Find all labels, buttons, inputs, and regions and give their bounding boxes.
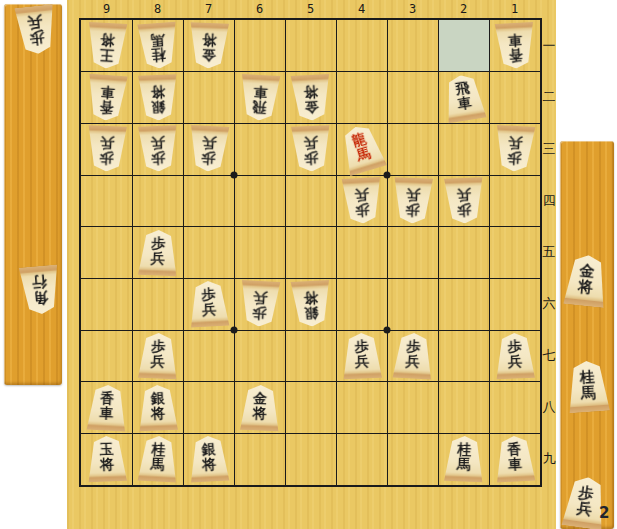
- grid-line: [285, 20, 286, 485]
- highlighted-square[interactable]: [438, 20, 489, 72]
- piece-kanji: 飛車: [454, 80, 473, 112]
- piece-kanji: 銀将: [201, 442, 217, 473]
- piece-rook-sente[interactable]: 飛車: [440, 72, 487, 123]
- file-label: 5: [285, 2, 336, 17]
- piece-kanji: 歩兵: [354, 339, 369, 369]
- piece-kanji: 桂馬: [150, 442, 166, 473]
- grid-line: [81, 330, 540, 331]
- file-label: 6: [234, 2, 285, 17]
- grid-line: [183, 20, 184, 485]
- piece-gold-gote[interactable]: 金将: [289, 74, 331, 122]
- piece-pawn-sente[interactable]: 歩兵: [137, 332, 179, 379]
- piece-kanji: 香車: [507, 32, 523, 63]
- gote-captured-tray: [4, 4, 62, 385]
- piece-kanji: 歩兵: [252, 290, 268, 321]
- piece-kanji: 歩兵: [150, 235, 165, 265]
- sente-captured-tray: [560, 141, 614, 529]
- grid-line: [489, 20, 490, 485]
- piece-kanji: 王将: [99, 32, 115, 63]
- piece-pawn-sente[interactable]: 歩兵: [341, 332, 383, 379]
- piece-knight-sente[interactable]: 桂馬: [443, 436, 485, 483]
- piece-kanji: 歩兵: [405, 339, 421, 370]
- piece-lance-gote[interactable]: 香車: [493, 22, 535, 70]
- piece-kanji: 歩兵: [27, 13, 45, 46]
- file-label: 2: [438, 2, 489, 17]
- piece-kanji: 歩兵: [405, 187, 420, 217]
- grid-line: [81, 433, 540, 434]
- piece-kanji: 歩兵: [150, 136, 165, 166]
- piece-knight-gote[interactable]: 桂馬: [136, 22, 179, 70]
- hoshi-dot: [384, 172, 391, 179]
- piece-kanji: 金将: [252, 390, 267, 420]
- piece-kanji: 歩兵: [201, 135, 217, 166]
- grid-line: [234, 20, 235, 485]
- grid-line: [132, 20, 133, 485]
- board-grid[interactable]: 王将桂馬金将香車香車銀将飛車金将飛車歩兵歩兵歩兵歩兵龍馬歩兵歩兵歩兵歩兵歩兵歩兵…: [79, 18, 542, 487]
- piece-lance-gote[interactable]: 香車: [85, 73, 128, 121]
- sente-pawn-count: 2: [599, 504, 609, 522]
- piece-kanji: 龍馬: [350, 131, 372, 164]
- piece-kanji: 桂馬: [456, 442, 471, 472]
- file-labels: 987654321: [81, 2, 540, 17]
- rank-labels: 一二三四五六七八九: [541, 20, 557, 485]
- piece-kanji: 玉将: [99, 442, 114, 472]
- piece-pawn-gote[interactable]: 歩兵: [290, 126, 332, 173]
- piece-pawn-sente[interactable]: 歩兵: [391, 332, 433, 380]
- grid-line: [81, 175, 540, 176]
- rank-label: 九: [541, 433, 557, 485]
- grid-line: [81, 123, 540, 124]
- piece-lance-sente[interactable]: 香車: [493, 435, 535, 483]
- piece-pawn-gote[interactable]: 歩兵: [392, 177, 434, 224]
- file-label: 7: [183, 2, 234, 17]
- rank-label: 七: [541, 330, 557, 382]
- piece-pawn-gote[interactable]: 歩兵: [443, 177, 485, 224]
- piece-silver-gote[interactable]: 銀将: [137, 74, 179, 121]
- piece-rook-gote[interactable]: 飛車: [238, 74, 280, 122]
- piece-kanji: 銀将: [150, 390, 165, 420]
- grid-line: [81, 381, 540, 382]
- piece-pawn-sente[interactable]: 歩兵: [494, 332, 536, 379]
- piece-pawn-gote[interactable]: 歩兵: [137, 126, 179, 173]
- piece-kanji: 飛車: [252, 84, 268, 115]
- piece-kanji: 香車: [98, 84, 114, 115]
- piece-lance-sente[interactable]: 香車: [85, 384, 127, 432]
- piece-kanji: 歩兵: [99, 136, 114, 166]
- grid-line: [387, 20, 388, 485]
- rank-label: 六: [541, 278, 557, 330]
- piece-knight-sente[interactable]: 桂馬: [136, 435, 178, 483]
- piece-kanji: 歩兵: [507, 135, 523, 166]
- rank-label: 五: [541, 227, 557, 279]
- hoshi-dot: [231, 327, 238, 334]
- hoshi-dot: [231, 172, 238, 179]
- grid-line: [336, 20, 337, 485]
- rank-label: 二: [541, 72, 557, 124]
- piece-pawn-gote[interactable]: 歩兵: [238, 280, 280, 328]
- rank-label: 一: [541, 20, 557, 72]
- piece-kanji: 金将: [303, 84, 319, 115]
- piece-silver-sente[interactable]: 銀将: [137, 384, 179, 431]
- piece-pawn-gote[interactable]: 歩兵: [86, 126, 128, 173]
- piece-kanji: 角行: [31, 273, 49, 306]
- hoshi-dot: [384, 327, 391, 334]
- piece-kanji: 香車: [99, 390, 115, 421]
- piece-kanji: 歩兵: [507, 339, 522, 369]
- grid-line: [81, 278, 540, 279]
- piece-pawn-gote[interactable]: 歩兵: [493, 125, 535, 173]
- piece-kanji: 金将: [201, 32, 216, 62]
- piece-silver-gote[interactable]: 銀将: [289, 280, 331, 328]
- piece-kanji: 銀将: [150, 84, 165, 114]
- file-label: 8: [132, 2, 183, 17]
- piece-kanji: 歩兵: [354, 187, 370, 218]
- piece-kanji: 歩兵: [303, 136, 318, 166]
- rank-label: 八: [541, 382, 557, 434]
- piece-king-gote[interactable]: 王将: [85, 22, 127, 70]
- piece-pawn-gote[interactable]: 歩兵: [187, 125, 229, 173]
- piece-kanji: 歩兵: [456, 187, 471, 217]
- piece-kanji: 金将: [577, 262, 595, 295]
- piece-promoted-bishop-sente[interactable]: 龍馬: [336, 121, 388, 176]
- file-label: 3: [387, 2, 438, 17]
- piece-pawn-sente[interactable]: 歩兵: [187, 280, 229, 328]
- grid-line: [81, 226, 540, 227]
- piece-kanji: 歩兵: [150, 339, 165, 369]
- piece-gold-sente[interactable]: 金将: [239, 384, 281, 431]
- shogi-app: 987654321 一二三四五六七八九 王将桂馬金将香車香車銀将飛車金将飛車歩兵…: [0, 0, 617, 529]
- rank-label: 三: [541, 123, 557, 175]
- file-label: 4: [336, 2, 387, 17]
- piece-kanji: 歩兵: [201, 287, 217, 318]
- grid-line: [81, 71, 540, 72]
- file-label: 1: [489, 2, 540, 17]
- piece-pawn-gote[interactable]: 歩兵: [340, 177, 382, 225]
- piece-kanji: 桂馬: [150, 32, 166, 63]
- piece-kanji: 桂馬: [579, 369, 596, 402]
- piece-kanji: 歩兵: [576, 484, 595, 518]
- file-label: 9: [81, 2, 132, 17]
- piece-kanji: 銀将: [303, 290, 319, 321]
- piece-kanji: 香車: [507, 442, 523, 473]
- piece-pawn-sente[interactable]: 歩兵: [137, 229, 179, 276]
- piece-king-sente[interactable]: 玉将: [86, 436, 128, 483]
- rank-label: 四: [541, 175, 557, 227]
- grid-line: [438, 20, 439, 485]
- piece-gold-gote[interactable]: 金将: [188, 22, 230, 69]
- piece-silver-sente[interactable]: 銀将: [187, 435, 229, 483]
